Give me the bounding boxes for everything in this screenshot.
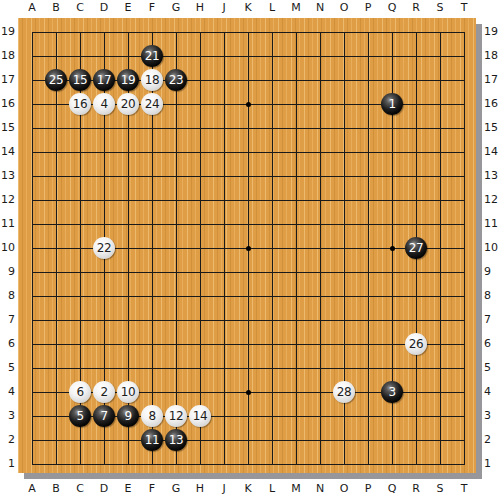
row-label-right-5: 5 xyxy=(484,361,500,375)
move-number: 21 xyxy=(145,49,159,63)
col-label-bottom-F: F xyxy=(149,482,155,496)
col-label-bottom-Q: Q xyxy=(388,482,397,496)
move-number: 28 xyxy=(337,385,351,399)
row-label-right-10: 10 xyxy=(484,241,500,255)
go-game-diagram: ABCDEFGHJKLMNOPQRST ABCDEFGHJKLMNOPQRST … xyxy=(0,0,500,500)
stone-black-3-Q4: 3 xyxy=(381,381,403,403)
star-point-K4 xyxy=(246,390,251,395)
row-label-right-3: 3 xyxy=(484,409,500,423)
row-label-right-19: 19 xyxy=(484,25,500,39)
stone-white-20-E16: 20 xyxy=(117,93,139,115)
move-number: 25 xyxy=(49,73,63,87)
col-label-top-A: A xyxy=(28,1,36,15)
row-label-right-4: 4 xyxy=(484,385,500,399)
move-number: 9 xyxy=(124,409,131,423)
stone-white-2-D4: 2 xyxy=(93,381,115,403)
stone-white-6-C4: 6 xyxy=(69,381,91,403)
stone-black-15-C17: 15 xyxy=(69,69,91,91)
col-label-bottom-N: N xyxy=(316,482,324,496)
col-label-top-C: C xyxy=(76,1,84,15)
col-label-bottom-O: O xyxy=(340,482,349,496)
col-label-bottom-T: T xyxy=(461,482,468,496)
row-label-left-9: 9 xyxy=(0,265,15,279)
move-number: 14 xyxy=(193,409,207,423)
stone-black-19-E17: 19 xyxy=(117,69,139,91)
move-number: 5 xyxy=(76,409,83,423)
stone-black-1-Q16: 1 xyxy=(381,93,403,115)
stone-black-9-E3: 9 xyxy=(117,405,139,427)
stone-black-21-F18: 21 xyxy=(141,45,163,67)
row-label-left-7: 7 xyxy=(0,313,15,327)
row-label-left-1: 1 xyxy=(0,457,15,471)
row-label-left-18: 18 xyxy=(0,49,15,63)
stone-black-5-C3: 5 xyxy=(69,405,91,427)
stone-white-14-H3: 14 xyxy=(189,405,211,427)
col-label-bottom-R: R xyxy=(412,482,420,496)
stone-white-18-F17: 18 xyxy=(141,69,163,91)
move-number: 26 xyxy=(409,337,423,351)
move-number: 8 xyxy=(148,409,155,423)
col-label-top-O: O xyxy=(340,1,349,15)
col-label-top-P: P xyxy=(365,1,372,15)
move-number: 22 xyxy=(97,241,111,255)
go-board: 1234567891011121314151617181920212223242… xyxy=(18,18,476,473)
move-number: 12 xyxy=(169,409,183,423)
col-label-top-S: S xyxy=(437,1,444,15)
col-label-bottom-A: A xyxy=(28,482,36,496)
col-label-bottom-L: L xyxy=(269,482,275,496)
move-number: 20 xyxy=(121,97,135,111)
row-label-left-17: 17 xyxy=(0,73,15,87)
stone-white-24-F16: 24 xyxy=(141,93,163,115)
row-label-right-11: 11 xyxy=(484,217,500,231)
move-number: 2 xyxy=(100,385,107,399)
row-label-left-4: 4 xyxy=(0,385,15,399)
row-label-right-17: 17 xyxy=(484,73,500,87)
stone-black-11-F2: 11 xyxy=(141,429,163,451)
row-label-left-14: 14 xyxy=(0,145,15,159)
col-label-top-F: F xyxy=(149,1,155,15)
star-point-Q10 xyxy=(390,246,395,251)
row-label-right-16: 16 xyxy=(484,97,500,111)
col-label-top-L: L xyxy=(269,1,275,15)
stone-black-23-G17: 23 xyxy=(165,69,187,91)
stone-white-12-G3: 12 xyxy=(165,405,187,427)
col-label-bottom-G: G xyxy=(172,482,181,496)
col-label-top-J: J xyxy=(222,1,225,15)
col-label-top-R: R xyxy=(412,1,420,15)
col-label-top-H: H xyxy=(196,1,204,15)
row-label-right-13: 13 xyxy=(484,169,500,183)
row-label-right-12: 12 xyxy=(484,193,500,207)
row-label-right-15: 15 xyxy=(484,121,500,135)
stone-black-13-G2: 13 xyxy=(165,429,187,451)
col-label-top-G: G xyxy=(172,1,181,15)
move-number: 15 xyxy=(73,73,87,87)
row-label-left-8: 8 xyxy=(0,289,15,303)
stone-white-4-D16: 4 xyxy=(93,93,115,115)
row-label-right-7: 7 xyxy=(484,313,500,327)
row-label-left-12: 12 xyxy=(0,193,15,207)
col-label-bottom-K: K xyxy=(244,482,251,496)
col-label-bottom-J: J xyxy=(222,482,225,496)
move-number: 10 xyxy=(121,385,135,399)
col-label-top-M: M xyxy=(291,1,301,15)
col-label-bottom-C: C xyxy=(76,482,84,496)
col-label-top-T: T xyxy=(461,1,468,15)
col-label-bottom-D: D xyxy=(100,482,108,496)
stone-black-27-R10: 27 xyxy=(405,237,427,259)
move-number: 24 xyxy=(145,97,159,111)
move-number: 23 xyxy=(169,73,183,87)
col-label-top-K: K xyxy=(244,1,251,15)
move-number: 18 xyxy=(145,73,159,87)
col-label-top-B: B xyxy=(52,1,60,15)
stone-black-7-D3: 7 xyxy=(93,405,115,427)
row-label-left-3: 3 xyxy=(0,409,15,423)
move-number: 3 xyxy=(388,385,395,399)
row-label-right-1: 1 xyxy=(484,457,500,471)
row-label-right-8: 8 xyxy=(484,289,500,303)
col-label-bottom-H: H xyxy=(196,482,204,496)
col-label-bottom-S: S xyxy=(437,482,444,496)
col-label-top-D: D xyxy=(100,1,108,15)
stone-white-10-E4: 10 xyxy=(117,381,139,403)
move-number: 16 xyxy=(73,97,87,111)
row-label-left-19: 19 xyxy=(0,25,15,39)
row-label-left-10: 10 xyxy=(0,241,15,255)
move-number: 11 xyxy=(145,433,159,447)
move-number: 17 xyxy=(97,73,111,87)
stone-black-17-D17: 17 xyxy=(93,69,115,91)
col-label-bottom-M: M xyxy=(291,482,301,496)
col-label-top-Q: Q xyxy=(388,1,397,15)
row-label-right-2: 2 xyxy=(484,433,500,447)
stone-white-28-O4: 28 xyxy=(333,381,355,403)
move-number: 7 xyxy=(100,409,107,423)
row-label-left-2: 2 xyxy=(0,433,15,447)
row-label-right-9: 9 xyxy=(484,265,500,279)
row-label-left-13: 13 xyxy=(0,169,15,183)
col-label-top-E: E xyxy=(125,1,132,15)
row-label-left-15: 15 xyxy=(0,121,15,135)
move-number: 27 xyxy=(409,241,423,255)
row-label-right-14: 14 xyxy=(484,145,500,159)
row-label-right-18: 18 xyxy=(484,49,500,63)
move-number: 13 xyxy=(169,433,183,447)
move-number: 19 xyxy=(121,73,135,87)
star-point-K16 xyxy=(246,102,251,107)
star-point-K10 xyxy=(246,246,251,251)
move-number: 1 xyxy=(388,97,395,111)
stone-black-25-B17: 25 xyxy=(45,69,67,91)
stone-white-8-F3: 8 xyxy=(141,405,163,427)
stone-white-16-C16: 16 xyxy=(69,93,91,115)
col-label-bottom-P: P xyxy=(365,482,372,496)
row-label-left-16: 16 xyxy=(0,97,15,111)
stone-white-26-R6: 26 xyxy=(405,333,427,355)
move-number: 6 xyxy=(76,385,83,399)
row-label-right-6: 6 xyxy=(484,337,500,351)
move-number: 4 xyxy=(100,97,107,111)
row-label-left-11: 11 xyxy=(0,217,15,231)
row-label-left-6: 6 xyxy=(0,337,15,351)
col-label-top-N: N xyxy=(316,1,324,15)
col-label-bottom-E: E xyxy=(125,482,132,496)
row-label-left-5: 5 xyxy=(0,361,15,375)
stone-white-22-D10: 22 xyxy=(93,237,115,259)
col-label-bottom-B: B xyxy=(52,482,60,496)
